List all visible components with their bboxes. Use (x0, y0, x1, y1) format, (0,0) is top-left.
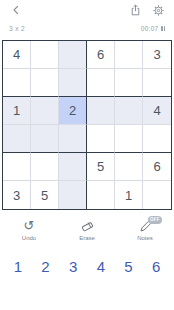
cell-r4c5[interactable] (115, 125, 143, 153)
undo-label: Undo (22, 235, 36, 241)
cell-r1c6[interactable]: 3 (143, 41, 171, 69)
eraser-icon (81, 219, 94, 233)
cell-r5c4[interactable]: 5 (87, 153, 115, 181)
share-icon (130, 4, 141, 16)
cell-r4c6[interactable] (143, 125, 171, 153)
back-button[interactable] (9, 3, 23, 17)
cell-r2c4[interactable] (87, 69, 115, 97)
cell-r1c2[interactable] (31, 41, 59, 69)
settings-button[interactable] (151, 3, 165, 17)
erase-button[interactable]: Erase (58, 215, 116, 247)
timer-value: 00:07 (141, 25, 159, 32)
cell-r4c1[interactable] (3, 125, 31, 153)
cell-r2c2[interactable] (31, 69, 59, 97)
top-bar (0, 0, 174, 20)
grid-size-label: 3 x 2 (9, 25, 25, 32)
cell-r6c2[interactable]: 5 (31, 181, 59, 209)
cell-r1c5[interactable] (115, 41, 143, 69)
cell-r2c1[interactable] (3, 69, 31, 97)
cell-r4c3[interactable] (59, 125, 87, 153)
cell-r3c2[interactable] (31, 97, 59, 125)
cell-r4c2[interactable] (31, 125, 59, 153)
pause-icon[interactable] (161, 26, 165, 31)
notes-off-badge: OFF (148, 216, 163, 224)
cell-r5c1[interactable] (3, 153, 31, 181)
toolbar: ↺ Undo Erase OFF Notes (0, 215, 174, 247)
numpad-key-6[interactable]: 6 (142, 251, 170, 281)
share-button[interactable] (128, 3, 142, 17)
cell-r2c6[interactable] (143, 69, 171, 97)
numpad-key-4[interactable]: 4 (87, 251, 115, 281)
sudoku-grid: 46312456351 (2, 40, 172, 210)
cell-r1c4[interactable]: 6 (87, 41, 115, 69)
info-bar: 3 x 2 00:07 (0, 21, 174, 35)
cell-r4c4[interactable] (87, 125, 115, 153)
numpad-key-5[interactable]: 5 (115, 251, 143, 281)
cell-r3c5[interactable] (115, 97, 143, 125)
undo-icon: ↺ (24, 219, 35, 233)
gear-icon (153, 5, 164, 16)
pencil-icon: OFF (139, 219, 152, 233)
timer: 00:07 (141, 25, 165, 32)
cell-r5c5[interactable] (115, 153, 143, 181)
cell-r6c3[interactable] (59, 181, 87, 209)
erase-label: Erase (79, 235, 95, 241)
numpad-key-1[interactable]: 1 (4, 251, 32, 281)
cell-r2c3[interactable] (59, 69, 87, 97)
cell-r1c3[interactable] (59, 41, 87, 69)
cell-r3c6[interactable]: 4 (143, 97, 171, 125)
chevron-left-icon (11, 5, 21, 15)
cell-r6c1[interactable]: 3 (3, 181, 31, 209)
cell-r1c1[interactable]: 4 (3, 41, 31, 69)
cell-r5c3[interactable] (59, 153, 87, 181)
cell-r6c4[interactable] (87, 181, 115, 209)
cell-r3c3[interactable]: 2 (59, 97, 87, 125)
notes-button[interactable]: OFF Notes (116, 215, 174, 247)
cell-r5c2[interactable] (31, 153, 59, 181)
numpad-key-2[interactable]: 2 (32, 251, 60, 281)
undo-button[interactable]: ↺ Undo (0, 215, 58, 247)
cell-r3c1[interactable]: 1 (3, 97, 31, 125)
numpad-key-3[interactable]: 3 (59, 251, 87, 281)
cell-r6c5[interactable]: 1 (115, 181, 143, 209)
notes-label: Notes (137, 235, 153, 241)
cell-r3c4[interactable] (87, 97, 115, 125)
cell-r6c6[interactable] (143, 181, 171, 209)
cell-r5c6[interactable]: 6 (143, 153, 171, 181)
number-pad: 123456 (0, 251, 174, 281)
cell-r2c5[interactable] (115, 69, 143, 97)
